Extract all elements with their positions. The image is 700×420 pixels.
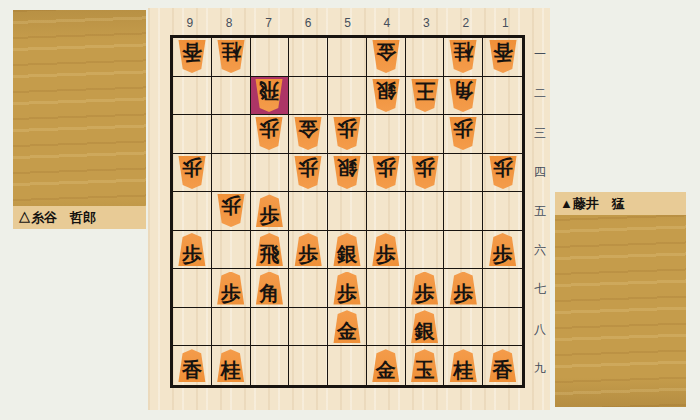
square-1-4[interactable]: 歩 bbox=[483, 154, 522, 193]
board-grid: 香桂金桂香飛銀王角歩金歩歩歩歩銀歩歩歩歩歩歩飛歩銀歩歩歩角歩歩歩金銀香桂金玉桂香 bbox=[170, 35, 525, 388]
square-6-3[interactable]: 金 bbox=[289, 115, 328, 154]
square-9-3[interactable] bbox=[173, 115, 212, 154]
square-6-2[interactable] bbox=[289, 77, 328, 116]
piece-gold-sente[interactable]: 金 bbox=[332, 310, 362, 343]
square-7-8[interactable] bbox=[251, 308, 290, 347]
piece-lance-sente[interactable]: 香 bbox=[177, 349, 207, 382]
rank-label-9: 九 bbox=[530, 349, 550, 388]
piece-pawn-sente[interactable]: 歩 bbox=[216, 272, 246, 305]
file-labels: 987654321 bbox=[170, 12, 525, 34]
piece-knight-sente[interactable]: 桂 bbox=[448, 349, 478, 382]
sente-komadai: ▲藤井 猛 bbox=[555, 192, 686, 407]
square-5-9[interactable] bbox=[328, 346, 367, 385]
square-8-9[interactable]: 桂 bbox=[212, 346, 251, 385]
square-1-5[interactable] bbox=[483, 192, 522, 231]
square-9-2[interactable] bbox=[173, 77, 212, 116]
piece-pawn-gote[interactable]: 歩 bbox=[177, 156, 207, 189]
piece-pawn-sente[interactable]: 歩 bbox=[448, 272, 478, 305]
square-3-8[interactable]: 銀 bbox=[406, 308, 445, 347]
rank-label-7: 七 bbox=[530, 270, 550, 309]
square-3-1[interactable] bbox=[406, 38, 445, 77]
square-7-6[interactable]: 飛 bbox=[251, 231, 290, 270]
square-9-1[interactable]: 香 bbox=[173, 38, 212, 77]
piece-pawn-sente[interactable]: 歩 bbox=[488, 233, 518, 266]
square-9-4[interactable]: 歩 bbox=[173, 154, 212, 193]
rank-label-4: 四 bbox=[530, 153, 550, 192]
square-9-8[interactable] bbox=[173, 308, 212, 347]
piece-pawn-sente[interactable]: 歩 bbox=[410, 272, 440, 305]
square-7-5[interactable]: 歩 bbox=[251, 192, 290, 231]
piece-bishop-gote[interactable]: 角 bbox=[448, 79, 478, 112]
piece-pawn-gote[interactable]: 歩 bbox=[371, 156, 401, 189]
file-label-9: 9 bbox=[170, 12, 209, 34]
file-label-4: 4 bbox=[367, 12, 406, 34]
rank-label-6: 六 bbox=[530, 231, 550, 270]
square-2-8[interactable] bbox=[444, 308, 483, 347]
square-4-1[interactable]: 金 bbox=[367, 38, 406, 77]
square-5-6[interactable]: 銀 bbox=[328, 231, 367, 270]
sente-nameplate: ▲藤井 猛 bbox=[555, 192, 686, 215]
square-2-1[interactable]: 桂 bbox=[444, 38, 483, 77]
gote-komadai: △糸谷 哲郎 bbox=[13, 10, 146, 229]
piece-silver-gote[interactable]: 銀 bbox=[332, 156, 362, 189]
square-2-4[interactable] bbox=[444, 154, 483, 193]
piece-pawn-gote[interactable]: 歩 bbox=[293, 156, 323, 189]
square-4-3[interactable] bbox=[367, 115, 406, 154]
square-4-2[interactable]: 銀 bbox=[367, 77, 406, 116]
file-label-8: 8 bbox=[209, 12, 248, 34]
square-4-8[interactable] bbox=[367, 308, 406, 347]
piece-pawn-gote[interactable]: 歩 bbox=[410, 156, 440, 189]
piece-pawn-gote[interactable]: 歩 bbox=[216, 194, 246, 227]
square-1-1[interactable]: 香 bbox=[483, 38, 522, 77]
square-6-4[interactable]: 歩 bbox=[289, 154, 328, 193]
square-9-6[interactable]: 歩 bbox=[173, 231, 212, 270]
square-4-6[interactable]: 歩 bbox=[367, 231, 406, 270]
square-7-1[interactable] bbox=[251, 38, 290, 77]
square-9-5[interactable] bbox=[173, 192, 212, 231]
square-6-6[interactable]: 歩 bbox=[289, 231, 328, 270]
rank-label-2: 二 bbox=[530, 74, 550, 113]
file-label-2: 2 bbox=[446, 12, 485, 34]
gote-nameplate: △糸谷 哲郎 bbox=[13, 206, 146, 229]
square-3-5[interactable] bbox=[406, 192, 445, 231]
square-4-4[interactable]: 歩 bbox=[367, 154, 406, 193]
piece-silver-sente[interactable]: 銀 bbox=[410, 310, 440, 343]
square-6-7[interactable] bbox=[289, 269, 328, 308]
square-3-2[interactable]: 王 bbox=[406, 77, 445, 116]
piece-rook-sente[interactable]: 飛 bbox=[254, 233, 284, 266]
piece-pawn-sente[interactable]: 歩 bbox=[371, 233, 401, 266]
square-3-7[interactable]: 歩 bbox=[406, 269, 445, 308]
square-2-9[interactable]: 桂 bbox=[444, 346, 483, 385]
square-8-7[interactable]: 歩 bbox=[212, 269, 251, 308]
piece-pawn-gote[interactable]: 歩 bbox=[448, 117, 478, 150]
piece-lance-gote[interactable]: 香 bbox=[488, 40, 518, 73]
piece-gold-gote[interactable]: 金 bbox=[293, 117, 323, 150]
piece-pawn-sente[interactable]: 歩 bbox=[254, 194, 284, 227]
square-5-3[interactable]: 歩 bbox=[328, 115, 367, 154]
square-5-4[interactable]: 銀 bbox=[328, 154, 367, 193]
square-8-6[interactable] bbox=[212, 231, 251, 270]
square-6-1[interactable] bbox=[289, 38, 328, 77]
piece-king-gote[interactable]: 王 bbox=[410, 79, 440, 112]
square-7-4[interactable] bbox=[251, 154, 290, 193]
square-4-7[interactable] bbox=[367, 269, 406, 308]
piece-lance-gote[interactable]: 香 bbox=[177, 40, 207, 73]
square-5-2[interactable] bbox=[328, 77, 367, 116]
square-3-9[interactable]: 玉 bbox=[406, 346, 445, 385]
square-2-3[interactable]: 歩 bbox=[444, 115, 483, 154]
square-8-4[interactable] bbox=[212, 154, 251, 193]
piece-rook-gote[interactable]: 飛 bbox=[254, 79, 284, 112]
square-1-6[interactable]: 歩 bbox=[483, 231, 522, 270]
square-9-9[interactable]: 香 bbox=[173, 346, 212, 385]
square-2-2[interactable]: 角 bbox=[444, 77, 483, 116]
square-3-6[interactable] bbox=[406, 231, 445, 270]
square-7-9[interactable] bbox=[251, 346, 290, 385]
square-2-5[interactable] bbox=[444, 192, 483, 231]
rank-label-1: 一 bbox=[530, 35, 550, 74]
rank-label-5: 五 bbox=[530, 192, 550, 231]
file-label-6: 6 bbox=[288, 12, 327, 34]
piece-pawn-gote[interactable]: 歩 bbox=[488, 156, 518, 189]
shogi-board: 987654321 一二三四五六七八九 香桂金桂香飛銀王角歩金歩歩歩歩銀歩歩歩歩… bbox=[148, 8, 550, 410]
piece-pawn-sente[interactable]: 歩 bbox=[332, 272, 362, 305]
piece-lance-sente[interactable]: 香 bbox=[488, 349, 518, 382]
square-6-5[interactable] bbox=[289, 192, 328, 231]
square-9-7[interactable] bbox=[173, 269, 212, 308]
square-8-1[interactable]: 桂 bbox=[212, 38, 251, 77]
square-8-8[interactable] bbox=[212, 308, 251, 347]
square-6-8[interactable] bbox=[289, 308, 328, 347]
rank-labels: 一二三四五六七八九 bbox=[530, 35, 550, 388]
square-5-7[interactable]: 歩 bbox=[328, 269, 367, 308]
file-label-1: 1 bbox=[486, 12, 525, 34]
square-4-9[interactable]: 金 bbox=[367, 346, 406, 385]
piece-pawn-gote[interactable]: 歩 bbox=[254, 117, 284, 150]
file-label-5: 5 bbox=[328, 12, 367, 34]
piece-silver-sente[interactable]: 銀 bbox=[332, 233, 362, 266]
piece-knight-gote[interactable]: 桂 bbox=[216, 40, 246, 73]
square-1-8[interactable] bbox=[483, 308, 522, 347]
piece-pawn-sente[interactable]: 歩 bbox=[177, 233, 207, 266]
square-1-9[interactable]: 香 bbox=[483, 346, 522, 385]
square-1-2[interactable] bbox=[483, 77, 522, 116]
square-7-2[interactable]: 飛 bbox=[251, 77, 290, 116]
piece-king-sente[interactable]: 玉 bbox=[410, 349, 440, 382]
file-label-7: 7 bbox=[249, 12, 288, 34]
rank-label-8: 八 bbox=[530, 310, 550, 349]
square-8-3[interactable] bbox=[212, 115, 251, 154]
piece-gold-gote[interactable]: 金 bbox=[371, 40, 401, 73]
square-8-2[interactable] bbox=[212, 77, 251, 116]
square-5-1[interactable] bbox=[328, 38, 367, 77]
square-7-3[interactable]: 歩 bbox=[251, 115, 290, 154]
rank-label-3: 三 bbox=[530, 113, 550, 152]
piece-silver-gote[interactable]: 銀 bbox=[371, 79, 401, 112]
square-5-5[interactable] bbox=[328, 192, 367, 231]
square-3-4[interactable]: 歩 bbox=[406, 154, 445, 193]
square-1-3[interactable] bbox=[483, 115, 522, 154]
square-2-7[interactable]: 歩 bbox=[444, 269, 483, 308]
square-8-5[interactable]: 歩 bbox=[212, 192, 251, 231]
square-6-9[interactable] bbox=[289, 346, 328, 385]
square-5-8[interactable]: 金 bbox=[328, 308, 367, 347]
square-2-6[interactable] bbox=[444, 231, 483, 270]
piece-knight-gote[interactable]: 桂 bbox=[448, 40, 478, 73]
piece-bishop-sente[interactable]: 角 bbox=[254, 272, 284, 305]
square-4-5[interactable] bbox=[367, 192, 406, 231]
file-label-3: 3 bbox=[407, 12, 446, 34]
piece-pawn-gote[interactable]: 歩 bbox=[332, 117, 362, 150]
square-7-7[interactable]: 角 bbox=[251, 269, 290, 308]
piece-gold-sente[interactable]: 金 bbox=[371, 349, 401, 382]
square-1-7[interactable] bbox=[483, 269, 522, 308]
piece-pawn-sente[interactable]: 歩 bbox=[293, 233, 323, 266]
piece-knight-sente[interactable]: 桂 bbox=[216, 349, 246, 382]
square-3-3[interactable] bbox=[406, 115, 445, 154]
